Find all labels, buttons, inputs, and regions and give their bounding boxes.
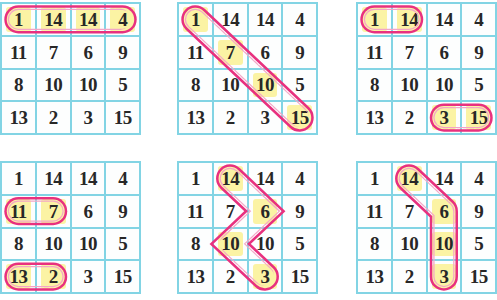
- cell-number: 7: [405, 202, 414, 221]
- cell-number: 4: [295, 169, 304, 188]
- cell-r3c1: 8: [1, 69, 36, 102]
- board-bottom-left: 11414411769810105132315: [0, 161, 141, 294]
- cell-number: 10: [79, 75, 97, 94]
- cell-number: 8: [14, 234, 23, 253]
- cell-number: 11: [10, 43, 27, 62]
- cell-number: 11: [187, 43, 204, 62]
- cell-number: 4: [118, 169, 127, 188]
- cell-number: 9: [295, 202, 304, 221]
- cell-r4c4: 15: [282, 260, 317, 293]
- cell-number: 15: [114, 108, 132, 127]
- cell-number: 2: [49, 267, 58, 286]
- cell-number: 14: [44, 169, 62, 188]
- cell-r3c4: 5: [461, 69, 496, 102]
- cell-r1c1: 1: [357, 162, 392, 195]
- cell-r2c1: 11: [178, 36, 213, 69]
- cell-number: 3: [260, 267, 269, 286]
- cell-number: 7: [49, 202, 58, 221]
- cell-number: 10: [435, 75, 453, 94]
- cell-number: 11: [366, 43, 383, 62]
- cell-r4c3: 3: [427, 101, 462, 134]
- cell-r4c3: 3: [71, 260, 106, 293]
- board-top-middle: 11414411769810105132315: [177, 2, 318, 135]
- cell-r2c4: 9: [461, 195, 496, 228]
- cell-r3c2: 10: [36, 228, 71, 261]
- cell-number: 14: [400, 169, 418, 188]
- cell-r3c3: 10: [71, 228, 106, 261]
- cell-r4c1: 13: [178, 101, 213, 134]
- cell-r2c1: 11: [357, 36, 392, 69]
- cell-r4c4: 15: [105, 101, 140, 134]
- cell-number: 1: [14, 169, 23, 188]
- cell-number: 3: [83, 267, 92, 286]
- cell-number: 8: [370, 234, 379, 253]
- cell-number: 14: [256, 169, 274, 188]
- cell-r1c2: 14: [392, 162, 427, 195]
- cell-number: 14: [435, 10, 453, 29]
- cell-r2c2: 7: [36, 36, 71, 69]
- cell-r1c4: 4: [282, 162, 317, 195]
- cell-r1c4: 4: [282, 3, 317, 36]
- cell-number: 2: [226, 267, 235, 286]
- cell-r1c1: 1: [1, 3, 36, 36]
- cell-r4c2: 2: [36, 260, 71, 293]
- cell-number: 4: [474, 10, 483, 29]
- cell-r2c4: 9: [282, 195, 317, 228]
- cell-r3c4: 5: [282, 69, 317, 102]
- cell-number: 10: [44, 75, 62, 94]
- cell-r2c2: 7: [392, 36, 427, 69]
- cell-number: 3: [439, 108, 448, 127]
- puzzle-page: 1141441176981010513231511414411769810105…: [0, 0, 497, 300]
- cell-number: 15: [470, 267, 488, 286]
- cell-r4c2: 2: [392, 260, 427, 293]
- cell-r3c2: 10: [36, 69, 71, 102]
- cell-r2c1: 11: [1, 195, 36, 228]
- cell-number: 3: [83, 108, 92, 127]
- cell-number: 10: [79, 234, 97, 253]
- cell-number: 7: [49, 43, 58, 62]
- cell-r4c2: 2: [213, 101, 248, 134]
- cell-r2c3: 6: [248, 36, 283, 69]
- cell-number: 14: [435, 169, 453, 188]
- cell-r2c4: 9: [461, 36, 496, 69]
- board-bottom-right: 11414411769810105132315: [356, 161, 497, 294]
- cell-r2c2: 7: [213, 36, 248, 69]
- cell-number: 10: [44, 234, 62, 253]
- cell-number: 7: [405, 43, 414, 62]
- cell-r1c2: 14: [213, 3, 248, 36]
- cell-r3c1: 8: [1, 228, 36, 261]
- cell-r3c1: 8: [178, 228, 213, 261]
- cell-r1c4: 4: [105, 3, 140, 36]
- cell-r1c1: 1: [1, 162, 36, 195]
- cell-number: 14: [79, 10, 97, 29]
- cell-r4c1: 13: [178, 260, 213, 293]
- cell-r4c1: 13: [1, 260, 36, 293]
- cell-r1c1: 1: [178, 162, 213, 195]
- cell-number: 6: [83, 43, 92, 62]
- cell-number: 10: [256, 234, 274, 253]
- cell-r2c3: 6: [71, 195, 106, 228]
- cell-number: 13: [9, 267, 27, 286]
- cell-number: 2: [49, 108, 58, 127]
- cell-number: 5: [118, 234, 127, 253]
- cell-r1c2: 14: [392, 3, 427, 36]
- cell-r3c4: 5: [105, 228, 140, 261]
- cell-number: 7: [226, 202, 235, 221]
- cell-number: 14: [79, 169, 97, 188]
- cell-r3c4: 5: [461, 228, 496, 261]
- cell-r4c1: 13: [357, 101, 392, 134]
- cell-number: 8: [14, 75, 23, 94]
- cell-number: 8: [370, 75, 379, 94]
- cell-r1c4: 4: [105, 162, 140, 195]
- cell-r3c3: 10: [71, 69, 106, 102]
- cell-number: 6: [260, 43, 269, 62]
- cell-r1c3: 14: [427, 3, 462, 36]
- cell-number: 9: [118, 43, 127, 62]
- cell-r2c1: 11: [1, 36, 36, 69]
- cell-number: 6: [439, 202, 448, 221]
- cell-number: 9: [295, 43, 304, 62]
- cell-number: 5: [295, 75, 304, 94]
- cell-r3c4: 5: [282, 228, 317, 261]
- cell-r2c3: 6: [427, 36, 462, 69]
- cell-number: 5: [474, 75, 483, 94]
- cell-r1c2: 14: [213, 162, 248, 195]
- cell-number: 10: [400, 75, 418, 94]
- cell-number: 5: [474, 234, 483, 253]
- cell-number: 8: [191, 75, 200, 94]
- cell-number: 14: [221, 10, 239, 29]
- cell-r4c2: 2: [213, 260, 248, 293]
- cell-r1c2: 14: [36, 3, 71, 36]
- cell-r3c3: 10: [427, 69, 462, 102]
- cell-r1c3: 14: [71, 3, 106, 36]
- cell-number: 1: [14, 10, 23, 29]
- cell-number: 6: [83, 202, 92, 221]
- cell-r1c1: 1: [178, 3, 213, 36]
- cell-number: 13: [186, 108, 204, 127]
- cell-r2c4: 9: [105, 36, 140, 69]
- cell-number: 5: [118, 75, 127, 94]
- cell-r3c2: 10: [392, 228, 427, 261]
- cell-number: 3: [439, 267, 448, 286]
- cell-r4c2: 2: [36, 101, 71, 134]
- cell-r4c3: 3: [248, 101, 283, 134]
- cell-r3c2: 10: [213, 228, 248, 261]
- cell-number: 11: [187, 202, 204, 221]
- cell-number: 13: [365, 108, 383, 127]
- board-bottom-middle: 11414411769810105132315: [177, 161, 318, 294]
- cell-r4c4: 15: [461, 260, 496, 293]
- cell-r4c3: 3: [71, 101, 106, 134]
- cell-number: 3: [260, 108, 269, 127]
- cell-r3c1: 8: [357, 69, 392, 102]
- cell-number: 5: [295, 234, 304, 253]
- cell-number: 10: [400, 234, 418, 253]
- cell-r2c3: 6: [427, 195, 462, 228]
- cell-number: 6: [260, 202, 269, 221]
- cell-number: 9: [474, 202, 483, 221]
- cell-r3c3: 10: [248, 228, 283, 261]
- cell-r2c2: 7: [213, 195, 248, 228]
- cell-r4c4: 15: [461, 101, 496, 134]
- cell-r4c1: 13: [1, 101, 36, 134]
- cell-number: 14: [400, 10, 418, 29]
- cell-number: 9: [118, 202, 127, 221]
- cell-number: 13: [9, 108, 27, 127]
- cell-number: 2: [405, 267, 414, 286]
- cell-number: 15: [470, 108, 488, 127]
- cell-number: 15: [114, 267, 132, 286]
- cell-r1c2: 14: [36, 162, 71, 195]
- cell-r1c3: 14: [248, 3, 283, 36]
- cell-r3c2: 10: [213, 69, 248, 102]
- cell-r1c3: 14: [248, 162, 283, 195]
- cell-r3c4: 5: [105, 69, 140, 102]
- cell-r4c1: 13: [357, 260, 392, 293]
- cell-r1c3: 14: [427, 162, 462, 195]
- board-top-right: 11414411769810105132315: [356, 2, 497, 135]
- cell-number: 1: [191, 169, 200, 188]
- cell-r1c4: 4: [461, 162, 496, 195]
- cell-number: 8: [191, 234, 200, 253]
- cell-number: 6: [439, 43, 448, 62]
- cell-r4c3: 3: [427, 260, 462, 293]
- cell-number: 4: [295, 10, 304, 29]
- cell-number: 13: [365, 267, 383, 286]
- cell-r1c3: 14: [71, 162, 106, 195]
- cell-r4c4: 15: [282, 101, 317, 134]
- cell-r3c1: 8: [357, 228, 392, 261]
- cell-number: 10: [435, 234, 453, 253]
- cell-number: 14: [256, 10, 274, 29]
- cell-r2c2: 7: [392, 195, 427, 228]
- cell-number: 15: [291, 267, 309, 286]
- cell-number: 1: [370, 169, 379, 188]
- cell-r2c3: 6: [248, 195, 283, 228]
- cell-number: 13: [186, 267, 204, 286]
- cell-number: 10: [221, 75, 239, 94]
- cell-r2c1: 11: [357, 195, 392, 228]
- cell-number: 14: [221, 169, 239, 188]
- cell-number: 4: [474, 169, 483, 188]
- cell-number: 14: [44, 10, 62, 29]
- cell-r3c3: 10: [248, 69, 283, 102]
- cell-number: 9: [474, 43, 483, 62]
- cell-r4c3: 3: [248, 260, 283, 293]
- cell-number: 10: [221, 234, 239, 253]
- cell-r1c1: 1: [357, 3, 392, 36]
- cell-r3c2: 10: [392, 69, 427, 102]
- cell-number: 15: [291, 108, 309, 127]
- cell-r1c4: 4: [461, 3, 496, 36]
- cell-r4c4: 15: [105, 260, 140, 293]
- cell-r2c2: 7: [36, 195, 71, 228]
- cell-number: 2: [226, 108, 235, 127]
- cell-r3c1: 8: [178, 69, 213, 102]
- cell-r4c2: 2: [392, 101, 427, 134]
- cell-number: 11: [10, 202, 27, 221]
- cell-number: 10: [256, 75, 274, 94]
- cell-r2c4: 9: [105, 195, 140, 228]
- cell-number: 4: [118, 10, 127, 29]
- cell-r2c1: 11: [178, 195, 213, 228]
- cell-number: 11: [366, 202, 383, 221]
- board-top-left: 11414411769810105132315: [0, 2, 141, 135]
- cell-number: 1: [370, 10, 379, 29]
- cell-r2c4: 9: [282, 36, 317, 69]
- cell-number: 2: [405, 108, 414, 127]
- cell-r3c3: 10: [427, 228, 462, 261]
- cell-number: 1: [191, 10, 200, 29]
- cell-number: 7: [226, 43, 235, 62]
- cell-r2c3: 6: [71, 36, 106, 69]
